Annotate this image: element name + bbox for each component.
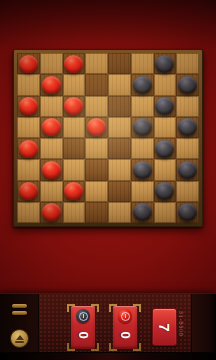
black-piece[interactable]: ●	[133, 203, 152, 221]
red-piece[interactable]: ●	[42, 203, 61, 221]
eject-icon-bar	[15, 341, 24, 343]
square-r4-c5[interactable]	[108, 117, 131, 138]
square-r6-c5[interactable]	[108, 159, 131, 180]
square-r5-c1[interactable]: ●	[17, 138, 40, 159]
square-r8-c5[interactable]	[108, 202, 131, 223]
square-r2-c1[interactable]	[17, 74, 40, 95]
square-r7-c4[interactable]	[85, 181, 108, 202]
square-r5-c2[interactable]	[40, 138, 63, 159]
square-r1-c8[interactable]	[176, 53, 199, 74]
black-piece[interactable]: ●	[155, 55, 174, 73]
square-r7-c2[interactable]	[40, 181, 63, 202]
square-r7-c8[interactable]	[176, 181, 199, 202]
control-bar: 0 0 7 31-B508	[0, 293, 216, 352]
square-r4-c4[interactable]: ●	[85, 117, 108, 138]
black-piece[interactable]: ●	[133, 76, 152, 94]
square-r4-c3[interactable]	[63, 117, 86, 138]
square-r8-c4[interactable]	[85, 202, 108, 223]
square-r1-c5[interactable]	[108, 53, 131, 74]
square-r4-c6[interactable]: ●	[131, 117, 154, 138]
fine-print-label: 31-B508	[178, 311, 184, 337]
menu-bar-line	[12, 304, 27, 308]
square-r1-c7[interactable]: ●	[154, 53, 177, 74]
square-r2-c6[interactable]: ●	[131, 74, 154, 95]
red-piece[interactable]: ●	[19, 140, 38, 158]
square-r6-c3[interactable]	[63, 159, 86, 180]
square-r1-c4[interactable]	[85, 53, 108, 74]
square-r1-c3[interactable]: ●	[63, 53, 86, 74]
black-piece[interactable]: ●	[178, 76, 197, 94]
square-r6-c2[interactable]: ●	[40, 159, 63, 180]
square-r6-c8[interactable]: ●	[176, 159, 199, 180]
square-r8-c1[interactable]	[17, 202, 40, 223]
square-r5-c7[interactable]: ●	[154, 138, 177, 159]
black-piece-clock-icon	[76, 309, 90, 323]
black-counter-value: 0	[73, 331, 93, 338]
square-r8-c7[interactable]	[154, 202, 177, 223]
red-piece[interactable]: ●	[64, 55, 83, 73]
square-r7-c5[interactable]	[108, 181, 131, 202]
red-piece[interactable]: ●	[19, 97, 38, 115]
red-counter-card: 0	[113, 306, 137, 349]
black-piece[interactable]: ●	[133, 118, 152, 136]
red-piece[interactable]: ●	[64, 97, 83, 115]
square-r4-c7[interactable]	[154, 117, 177, 138]
checkers-board: ●●●●●●●●●●●●●●●●●●●●●●●●	[13, 49, 203, 227]
square-r6-c7[interactable]	[154, 159, 177, 180]
square-r7-c7[interactable]: ●	[154, 181, 177, 202]
square-r2-c2[interactable]: ●	[40, 74, 63, 95]
checkers-board-grid: ●●●●●●●●●●●●●●●●●●●●●●●●	[17, 53, 199, 223]
square-r8-c6[interactable]: ●	[131, 202, 154, 223]
square-r7-c6[interactable]	[131, 181, 154, 202]
menu-bar-line	[12, 311, 27, 315]
square-r2-c4[interactable]	[85, 74, 108, 95]
square-r3-c7[interactable]: ●	[154, 96, 177, 117]
app-screen: ●●●●●●●●●●●●●●●●●●●●●●●● 0	[0, 0, 216, 360]
move-count-value: 7	[156, 323, 173, 331]
black-piece[interactable]: ●	[178, 118, 197, 136]
red-piece[interactable]: ●	[42, 161, 61, 179]
square-r6-c1[interactable]	[17, 159, 40, 180]
square-r6-c4[interactable]	[85, 159, 108, 180]
square-r5-c4[interactable]	[85, 138, 108, 159]
square-r3-c3[interactable]: ●	[63, 96, 86, 117]
square-r2-c7[interactable]	[154, 74, 177, 95]
red-counter-value: 0	[115, 331, 135, 338]
red-piece[interactable]: ●	[42, 118, 61, 136]
square-r3-c5[interactable]	[108, 96, 131, 117]
square-r5-c5[interactable]	[108, 138, 131, 159]
square-r3-c8[interactable]	[176, 96, 199, 117]
square-r8-c2[interactable]: ●	[40, 202, 63, 223]
square-r4-c8[interactable]: ●	[176, 117, 199, 138]
red-piece[interactable]: ●	[87, 118, 106, 136]
red-piece[interactable]: ●	[19, 182, 38, 200]
black-piece[interactable]: ●	[155, 97, 174, 115]
black-piece[interactable]: ●	[178, 203, 197, 221]
black-player-counter[interactable]: 0	[67, 304, 99, 351]
square-r5-c8[interactable]	[176, 138, 199, 159]
square-r4-c2[interactable]: ●	[40, 117, 63, 138]
square-r4-c1[interactable]	[17, 117, 40, 138]
red-piece[interactable]: ●	[64, 182, 83, 200]
square-r2-c3[interactable]	[63, 74, 86, 95]
square-r8-c3[interactable]	[63, 202, 86, 223]
square-r8-c8[interactable]: ●	[176, 202, 199, 223]
red-piece[interactable]: ●	[42, 76, 61, 94]
bar-right-section	[192, 294, 216, 353]
black-piece[interactable]: ●	[155, 140, 174, 158]
red-piece[interactable]: ●	[19, 55, 38, 73]
square-r1-c6[interactable]	[131, 53, 154, 74]
square-r7-c1[interactable]: ●	[17, 181, 40, 202]
square-r5-c6[interactable]	[131, 138, 154, 159]
black-piece[interactable]: ●	[178, 161, 197, 179]
eject-coin-button[interactable]	[10, 329, 29, 348]
black-counter-card: 0	[71, 306, 95, 349]
screen-bottom-edge	[0, 352, 216, 360]
square-r1-c2[interactable]	[40, 53, 63, 74]
menu-icon[interactable]	[12, 304, 27, 318]
square-r1-c1[interactable]: ●	[17, 53, 40, 74]
square-r3-c6[interactable]	[131, 96, 154, 117]
red-player-counter[interactable]: 0	[109, 304, 141, 351]
square-r2-c5[interactable]	[108, 74, 131, 95]
square-r5-c3[interactable]	[63, 138, 86, 159]
move-count-button[interactable]: 7	[152, 308, 177, 346]
black-piece[interactable]: ●	[133, 161, 152, 179]
red-piece-clock-icon	[118, 309, 132, 323]
square-r6-c6[interactable]: ●	[131, 159, 154, 180]
black-piece[interactable]: ●	[155, 182, 174, 200]
square-r7-c3[interactable]: ●	[63, 181, 86, 202]
square-r3-c4[interactable]	[85, 96, 108, 117]
square-r3-c1[interactable]: ●	[17, 96, 40, 117]
square-r3-c2[interactable]	[40, 96, 63, 117]
eject-icon	[16, 335, 24, 340]
square-r2-c8[interactable]: ●	[176, 74, 199, 95]
